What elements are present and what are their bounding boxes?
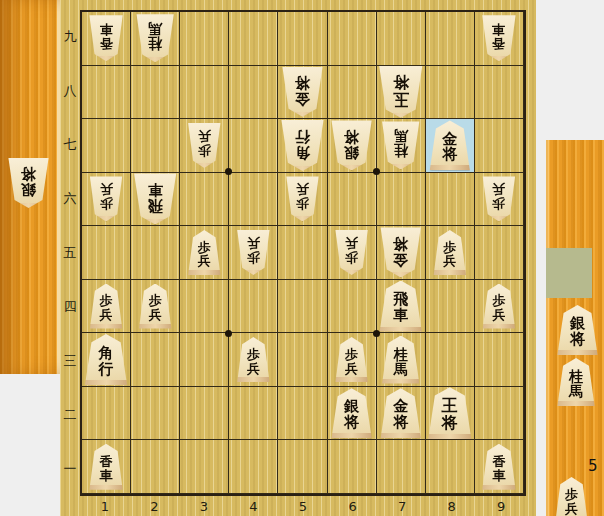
piece-kanji: 金将 [295, 74, 310, 106]
shogi-piece-8五[interactable]: 歩兵 [433, 230, 466, 275]
square-8二[interactable]: 王将 [426, 387, 475, 441]
square-8八[interactable] [426, 66, 475, 120]
square-3九[interactable] [180, 12, 229, 66]
square-8三[interactable] [426, 333, 475, 387]
piece-kanji: 香車 [100, 455, 113, 482]
square-9二[interactable] [475, 387, 524, 441]
square-9五[interactable] [475, 226, 524, 280]
file-label-6: 6 [328, 496, 378, 516]
shogi-piece-3七[interactable]: 歩兵 [188, 123, 221, 168]
square-4三[interactable]: 歩兵 [229, 333, 278, 387]
shogi-piece-2六[interactable]: 飛車 [134, 173, 177, 224]
square-7四[interactable]: 飛車 [377, 280, 426, 334]
rank-label-七: 七 [60, 118, 80, 172]
square-8九[interactable] [426, 12, 475, 66]
shogi-piece-5八[interactable]: 金将 [282, 67, 323, 117]
file-label-4: 4 [229, 496, 279, 516]
shogi-piece-hand-bottom-銀将[interactable]: 銀将 [557, 305, 598, 355]
piece-kanji: 歩兵 [345, 237, 358, 264]
square-6二[interactable]: 銀将 [328, 387, 377, 441]
square-3四[interactable] [180, 280, 229, 334]
rank-label-三: 三 [60, 334, 80, 388]
square-3七[interactable]: 歩兵 [180, 119, 229, 173]
square-7九[interactable] [377, 12, 426, 66]
shogi-app: 銀将 九八七六五四三二一 123456789 香車桂馬香車金将玉将歩兵角行銀将桂… [0, 0, 604, 516]
square-8七[interactable]: 金将 [426, 119, 475, 173]
hoshi-dot [373, 168, 380, 175]
piece-kanji: 桂馬 [569, 369, 583, 398]
top-player-hand-stand: 銀将 [0, 0, 60, 374]
shogi-piece-6五[interactable]: 歩兵 [335, 230, 368, 275]
rank-label-九: 九 [60, 10, 80, 64]
square-2三[interactable] [131, 333, 180, 387]
shogi-piece-4五[interactable]: 歩兵 [237, 230, 270, 275]
shogi-piece-7八[interactable]: 玉将 [379, 66, 423, 118]
rank-label-五: 五 [60, 226, 80, 280]
piece-kanji: 歩兵 [492, 183, 505, 210]
square-7二[interactable]: 金将 [377, 387, 426, 441]
shogi-piece-1三[interactable]: 角行 [85, 334, 128, 385]
piece-kanji: 歩兵 [565, 488, 578, 515]
piece-kanji: 飛車 [148, 181, 163, 213]
shogi-piece-7七[interactable]: 桂馬 [382, 121, 420, 169]
shogi-piece-2九[interactable]: 桂馬 [136, 14, 174, 62]
piece-kanji: 銀将 [344, 399, 359, 431]
square-1四[interactable]: 歩兵 [82, 280, 131, 334]
square-9四[interactable]: 歩兵 [475, 280, 524, 334]
square-6五[interactable]: 歩兵 [328, 226, 377, 280]
square-8四[interactable] [426, 280, 475, 334]
rank-label-八: 八 [60, 64, 80, 118]
shogi-piece-8七[interactable]: 金将 [429, 120, 470, 170]
shogi-piece-5六[interactable]: 歩兵 [286, 176, 319, 221]
shogi-piece-6七[interactable]: 銀将 [331, 120, 372, 170]
piece-kanji: 歩兵 [296, 183, 309, 210]
rank-label-一: 一 [60, 442, 80, 496]
piece-kanji: 玉将 [393, 73, 409, 107]
square-5六[interactable]: 歩兵 [278, 173, 327, 227]
square-7八[interactable]: 玉将 [377, 66, 426, 120]
hoshi-dot [225, 330, 232, 337]
square-2二[interactable] [131, 387, 180, 441]
shogi-piece-4三[interactable]: 歩兵 [237, 337, 270, 382]
piece-kanji: 歩兵 [100, 183, 113, 210]
hand-tray-empty-slot [546, 248, 592, 298]
shogi-piece-9九[interactable]: 香車 [482, 15, 516, 61]
square-6九[interactable] [328, 12, 377, 66]
square-8六[interactable] [426, 173, 475, 227]
square-5一[interactable] [278, 440, 327, 494]
shogi-piece-7五[interactable]: 金将 [380, 227, 421, 277]
file-label-2: 2 [130, 496, 180, 516]
shogi-piece-1四[interactable]: 歩兵 [90, 284, 123, 329]
square-4五[interactable]: 歩兵 [229, 226, 278, 280]
square-4九[interactable] [229, 12, 278, 66]
square-3一[interactable] [180, 440, 229, 494]
square-6八[interactable] [328, 66, 377, 120]
piece-kanji: 歩兵 [247, 348, 260, 375]
square-3三[interactable] [180, 333, 229, 387]
shogi-piece-1九[interactable]: 香車 [89, 15, 123, 61]
shogi-piece-7二[interactable]: 金将 [380, 388, 421, 438]
square-5五[interactable] [278, 226, 327, 280]
square-7三[interactable]: 桂馬 [377, 333, 426, 387]
shogi-piece-3五[interactable]: 歩兵 [188, 230, 221, 275]
hoshi-dot [225, 168, 232, 175]
file-labels: 123456789 [80, 496, 526, 516]
piece-kanji: 銀将 [570, 316, 585, 348]
square-6四[interactable] [328, 280, 377, 334]
shogi-piece-hand-bottom-歩兵[interactable]: 歩兵 [555, 477, 588, 516]
piece-kanji: 香車 [100, 23, 113, 50]
piece-kanji: 香車 [492, 23, 505, 50]
hoshi-dot [373, 330, 380, 337]
square-1八[interactable] [82, 66, 131, 120]
square-4六[interactable] [229, 173, 278, 227]
piece-kanji: 歩兵 [247, 237, 260, 264]
square-2五[interactable] [131, 226, 180, 280]
piece-kanji: 金将 [442, 132, 457, 164]
piece-kanji: 桂馬 [394, 129, 408, 158]
square-9三[interactable] [475, 333, 524, 387]
square-3五[interactable]: 歩兵 [180, 226, 229, 280]
shogi-piece-6三[interactable]: 歩兵 [335, 337, 368, 382]
rank-labels: 九八七六五四三二一 [60, 10, 80, 496]
square-2四[interactable]: 歩兵 [131, 280, 180, 334]
piece-kanji: 歩兵 [345, 348, 358, 375]
square-3六[interactable] [180, 173, 229, 227]
piece-kanji: 金将 [393, 235, 408, 267]
shogi-board: 九八七六五四三二一 123456789 香車桂馬香車金将玉将歩兵角行銀将桂馬金将… [60, 0, 536, 516]
square-7一[interactable] [377, 440, 426, 494]
piece-kanji: 銀将 [344, 128, 359, 160]
shogi-piece-1六[interactable]: 歩兵 [90, 176, 123, 221]
file-label-8: 8 [427, 496, 477, 516]
shogi-piece-hand-bottom-桂馬[interactable]: 桂馬 [557, 358, 595, 406]
square-2九[interactable]: 桂馬 [131, 12, 180, 66]
piece-kanji: 銀将 [21, 165, 36, 197]
square-5三[interactable] [278, 333, 327, 387]
square-1六[interactable]: 歩兵 [82, 173, 131, 227]
shogi-piece-9一[interactable]: 香車 [482, 444, 516, 490]
square-1三[interactable]: 角行 [82, 333, 131, 387]
file-label-1: 1 [80, 496, 130, 516]
square-6七[interactable]: 銀将 [328, 119, 377, 173]
bottom-player-hand-stand: 銀将桂馬歩兵5 [546, 140, 604, 516]
square-3八[interactable] [180, 66, 229, 120]
square-6一[interactable] [328, 440, 377, 494]
piece-kanji: 歩兵 [198, 241, 211, 268]
shogi-piece-9六[interactable]: 歩兵 [482, 176, 515, 221]
square-9一[interactable]: 香車 [475, 440, 524, 494]
rank-label-二: 二 [60, 388, 80, 442]
file-label-5: 5 [278, 496, 328, 516]
shogi-piece-7四[interactable]: 飛車 [379, 281, 422, 332]
square-1七[interactable] [82, 119, 131, 173]
piece-kanji: 角行 [295, 128, 310, 160]
piece-kanji: 歩兵 [198, 130, 211, 157]
square-4七[interactable] [229, 119, 278, 173]
square-1一[interactable]: 香車 [82, 440, 131, 494]
piece-kanji: 桂馬 [394, 347, 408, 376]
square-8一[interactable] [426, 440, 475, 494]
square-5四[interactable] [278, 280, 327, 334]
square-9九[interactable]: 香車 [475, 12, 524, 66]
square-7六[interactable] [377, 173, 426, 227]
rank-label-六: 六 [60, 172, 80, 226]
shogi-piece-7三[interactable]: 桂馬 [382, 336, 420, 384]
square-4二[interactable] [229, 387, 278, 441]
shogi-piece-5七[interactable]: 角行 [281, 120, 324, 171]
piece-kanji: 歩兵 [443, 241, 456, 268]
square-5二[interactable] [278, 387, 327, 441]
square-5七[interactable]: 角行 [278, 119, 327, 173]
hand-piece-count: 5 [588, 457, 598, 475]
shogi-piece-hand-top-銀将[interactable]: 銀将 [8, 158, 49, 208]
square-4八[interactable] [229, 66, 278, 120]
piece-kanji: 飛車 [393, 292, 408, 324]
file-label-3: 3 [179, 496, 229, 516]
piece-kanji: 歩兵 [149, 294, 162, 321]
square-3二[interactable] [180, 387, 229, 441]
square-1二[interactable] [82, 387, 131, 441]
square-9八[interactable] [475, 66, 524, 120]
square-2八[interactable] [131, 66, 180, 120]
file-label-9: 9 [476, 496, 526, 516]
rank-label-四: 四 [60, 280, 80, 334]
board-grid: 香車桂馬香車金将玉将歩兵角行銀将桂馬金将歩兵飛車歩兵歩兵歩兵歩兵歩兵金将歩兵歩兵… [80, 10, 526, 496]
square-6六[interactable] [328, 173, 377, 227]
piece-kanji: 桂馬 [148, 22, 162, 51]
piece-kanji: 歩兵 [492, 294, 505, 321]
square-5八[interactable]: 金将 [278, 66, 327, 120]
square-8五[interactable]: 歩兵 [426, 226, 475, 280]
square-1五[interactable] [82, 226, 131, 280]
shogi-piece-9四[interactable]: 歩兵 [482, 284, 515, 329]
square-1九[interactable]: 香車 [82, 12, 131, 66]
shogi-piece-1一[interactable]: 香車 [89, 444, 123, 490]
piece-kanji: 角行 [99, 346, 114, 378]
square-7五[interactable]: 金将 [377, 226, 426, 280]
square-2七[interactable] [131, 119, 180, 173]
square-2六[interactable]: 飛車 [131, 173, 180, 227]
shogi-piece-2四[interactable]: 歩兵 [139, 284, 172, 329]
shogi-piece-8二[interactable]: 王将 [428, 387, 472, 439]
square-4一[interactable] [229, 440, 278, 494]
square-9七[interactable] [475, 119, 524, 173]
piece-kanji: 王将 [442, 398, 458, 432]
square-6三[interactable]: 歩兵 [328, 333, 377, 387]
piece-kanji: 金将 [393, 399, 408, 431]
square-2一[interactable] [131, 440, 180, 494]
piece-kanji: 香車 [492, 455, 505, 482]
shogi-piece-6二[interactable]: 銀将 [331, 388, 372, 438]
file-label-7: 7 [377, 496, 427, 516]
square-5九[interactable] [278, 12, 327, 66]
square-7七[interactable]: 桂馬 [377, 119, 426, 173]
piece-kanji: 歩兵 [100, 294, 113, 321]
square-4四[interactable] [229, 280, 278, 334]
square-9六[interactable]: 歩兵 [475, 173, 524, 227]
